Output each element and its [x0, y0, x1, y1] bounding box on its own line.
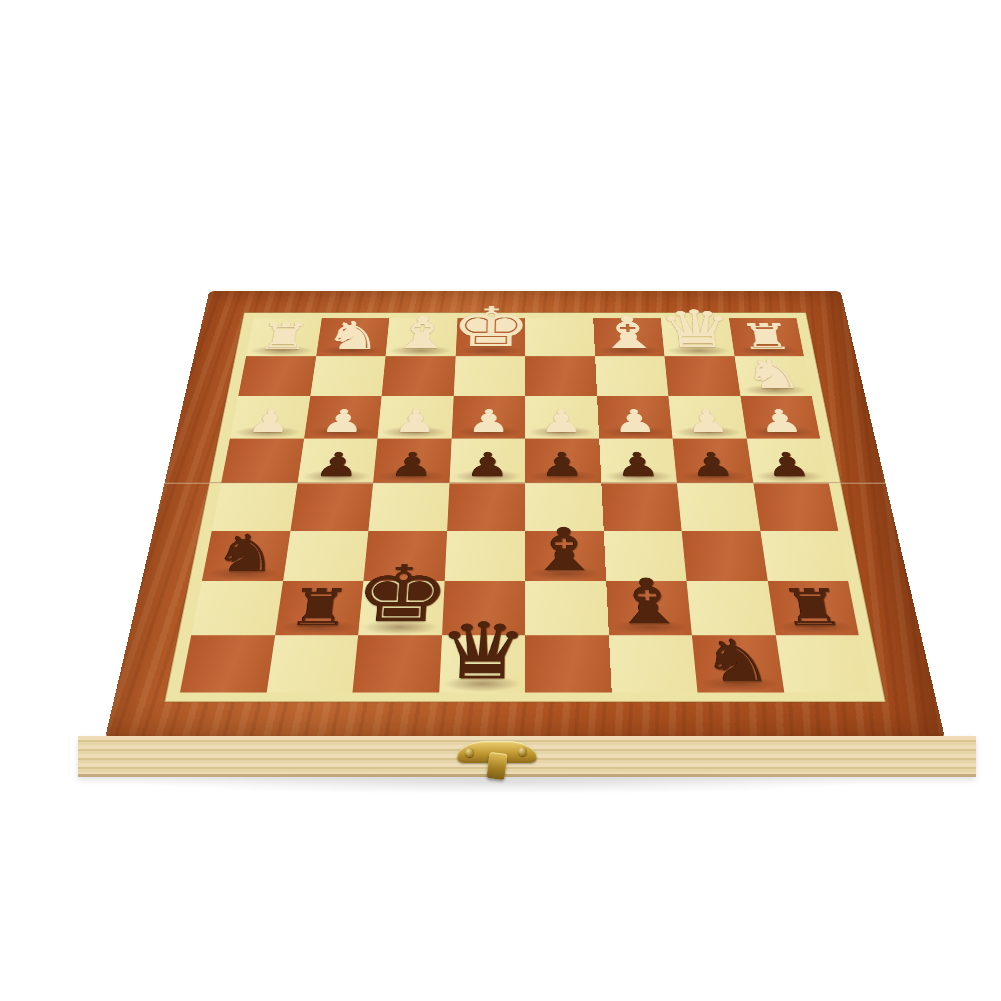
square-f8: ♝ — [593, 318, 665, 356]
dark-pawn: ♟ — [540, 448, 585, 481]
dark-pawn: ♟ — [689, 448, 737, 481]
dark-knight: ♞ — [699, 632, 775, 691]
square-e3: ♝ — [525, 531, 606, 582]
square-c7 — [382, 356, 456, 396]
square-d5: ♟ — [449, 438, 525, 483]
brass-clasp — [452, 739, 542, 785]
square-b4 — [290, 483, 373, 531]
square-d4 — [447, 483, 525, 531]
square-a7 — [238, 356, 316, 396]
square-b1 — [266, 635, 358, 693]
square-a8: ♜ — [246, 318, 321, 356]
square-f1 — [608, 635, 697, 693]
white-bishop: ♝ — [595, 311, 662, 355]
square-e8 — [525, 318, 595, 356]
square-c2: ♚ — [358, 581, 444, 635]
clasp-screw-icon — [465, 748, 474, 757]
square-c8: ♝ — [386, 318, 458, 356]
dark-king: ♚ — [351, 555, 452, 633]
square-e7 — [525, 356, 597, 396]
white-knight: ♞ — [322, 316, 383, 355]
dark-rook: ♜ — [285, 582, 354, 633]
white-pawn: ♟ — [540, 406, 583, 437]
square-h7: ♞ — [734, 356, 812, 396]
square-f5: ♟ — [599, 438, 677, 483]
dark-pawn: ♟ — [313, 448, 361, 481]
square-b2: ♜ — [275, 581, 364, 635]
white-knight: ♞ — [740, 354, 805, 395]
square-d8: ♚ — [455, 318, 525, 356]
white-pawn: ♟ — [467, 406, 510, 437]
square-g4 — [677, 483, 760, 531]
square-h5: ♟ — [746, 438, 829, 483]
square-a1 — [180, 635, 275, 693]
square-c1 — [352, 635, 441, 693]
dark-bishop: ♝ — [608, 570, 689, 633]
white-bishop: ♝ — [388, 311, 455, 355]
square-a2 — [191, 581, 282, 635]
square-d3 — [444, 531, 525, 582]
square-g7 — [664, 356, 740, 396]
dark-queen: ♛ — [435, 612, 529, 690]
white-pawn: ♟ — [393, 406, 438, 437]
square-f6: ♟ — [597, 396, 673, 438]
square-f4 — [601, 483, 682, 531]
dark-bishop: ♝ — [528, 520, 603, 579]
square-d6: ♟ — [451, 396, 525, 438]
white-pawn: ♟ — [684, 406, 730, 437]
white-king: ♚ — [450, 300, 531, 355]
board-scene: ♜♞♝♚♝♛♜♞♟♟♟♟♟♟♟♟♟♟♟♟♟♟♟♞♝♜♚♝♜♛♞ — [105, 0, 945, 1001]
square-g1: ♞ — [692, 635, 784, 693]
square-a5 — [221, 438, 304, 483]
white-pawn: ♟ — [246, 406, 294, 437]
white-pawn: ♟ — [756, 406, 804, 437]
white-pawn: ♟ — [612, 406, 657, 437]
square-c6: ♟ — [377, 396, 453, 438]
square-e6: ♟ — [525, 396, 599, 438]
dark-pawn: ♟ — [615, 448, 661, 481]
square-c5: ♟ — [373, 438, 451, 483]
square-g8: ♛ — [661, 318, 734, 356]
square-g6: ♟ — [668, 396, 746, 438]
dark-pawn: ♟ — [763, 448, 813, 481]
square-g5: ♟ — [673, 438, 753, 483]
photo-stage: ♜♞♝♚♝♛♜♞♟♟♟♟♟♟♟♟♟♟♟♟♟♟♟♞♝♜♚♝♜♛♞ — [0, 0, 1001, 1001]
square-e1 — [525, 635, 611, 693]
square-h2: ♜ — [767, 581, 858, 635]
square-f2: ♝ — [606, 581, 692, 635]
dark-pawn: ♟ — [389, 448, 435, 481]
white-pawn: ♟ — [319, 406, 365, 437]
square-e2 — [525, 581, 608, 635]
square-c4 — [368, 483, 449, 531]
square-e5: ♟ — [525, 438, 601, 483]
square-a6: ♟ — [230, 396, 310, 438]
clasp-knob — [486, 752, 507, 780]
square-d7 — [453, 356, 525, 396]
square-b3 — [283, 531, 369, 582]
square-g3 — [682, 531, 768, 582]
square-h3 — [760, 531, 848, 582]
white-rook: ♜ — [737, 319, 795, 355]
square-d1: ♛ — [439, 635, 525, 693]
square-b6: ♟ — [304, 396, 382, 438]
square-b7 — [310, 356, 386, 396]
dark-knight: ♞ — [210, 528, 284, 580]
square-h6: ♟ — [740, 396, 820, 438]
clasp-screw-icon — [518, 747, 527, 756]
white-queen: ♛ — [656, 303, 737, 354]
dark-rook: ♜ — [777, 582, 848, 633]
square-h1 — [775, 635, 870, 693]
chess-board-box-top: ♜♞♝♚♝♛♜♞♟♟♟♟♟♟♟♟♟♟♟♟♟♟♟♞♝♜♚♝♜♛♞ — [105, 291, 945, 738]
white-rook: ♜ — [255, 319, 313, 355]
square-a3: ♞ — [202, 531, 290, 582]
square-b5: ♟ — [297, 438, 377, 483]
chess-board: ♜♞♝♚♝♛♜♞♟♟♟♟♟♟♟♟♟♟♟♟♟♟♟♞♝♜♚♝♜♛♞ — [180, 318, 870, 692]
square-f7 — [595, 356, 669, 396]
dark-pawn: ♟ — [465, 448, 510, 481]
board-border: ♜♞♝♚♝♛♜♞♟♟♟♟♟♟♟♟♟♟♟♟♟♟♟♞♝♜♚♝♜♛♞ — [164, 313, 885, 702]
square-h4 — [753, 483, 838, 531]
square-b8: ♞ — [316, 318, 389, 356]
